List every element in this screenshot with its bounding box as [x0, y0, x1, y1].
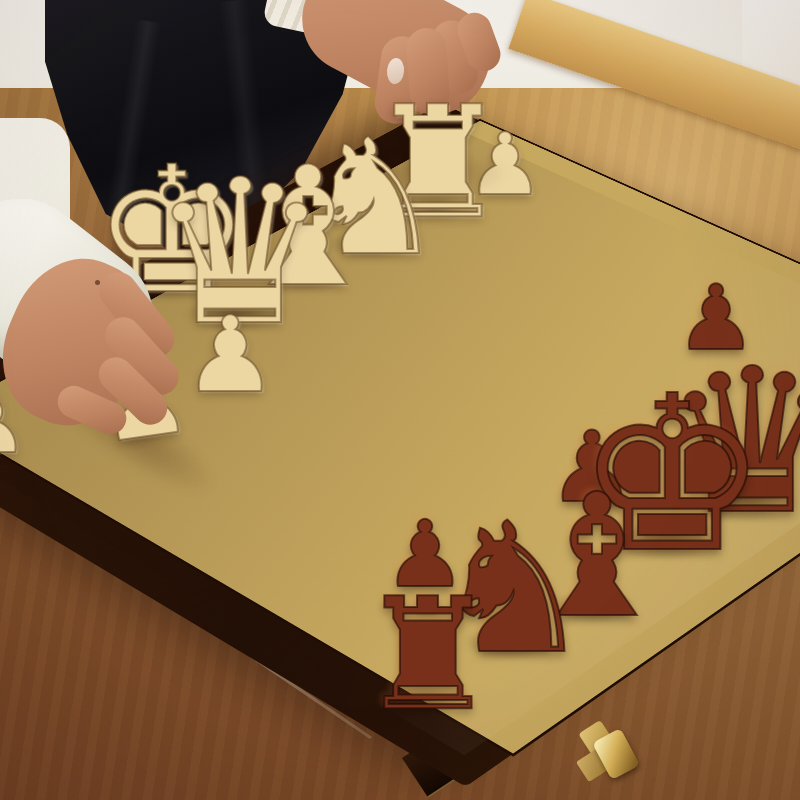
piece-black-rook-h8[interactable]: ♜: [359, 577, 498, 732]
piece-white-pawn-f3[interactable]: ♟: [183, 303, 277, 408]
scene: ABCDEFGH8877665544332211abcdefgh ♟♜♞♝♚♛♟…: [0, 0, 800, 800]
piece-white-pawn-h2[interactable]: ♟: [0, 375, 29, 467]
